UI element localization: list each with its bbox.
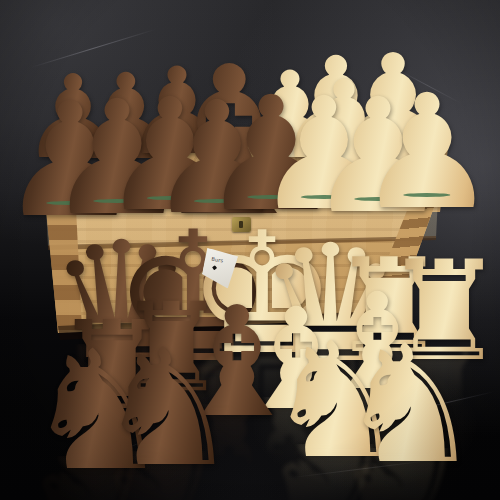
chess-piece-light-pawn-front-3: ♟ <box>356 73 498 231</box>
auction-tag-text: Burs <box>211 256 224 264</box>
piece-reflection: ♞ <box>87 451 249 500</box>
pieces-layer: ♟♟♟♟♟♟♟♝♟♟♟♟♟♟♟♟♛♛♚♚♚♚♛♛♜♜♜♜♜♜♜♜♝♝♝♝♝♝♞♞… <box>0 0 500 500</box>
piece-reflection-glyph: ♞ <box>329 448 492 500</box>
piece-reflection: ♞ <box>329 448 492 500</box>
chess-set-photo: ♟♟♟♟♟♟♟♝♟♟♟♟♟♟♟♟♛♛♚♚♚♚♛♛♜♜♜♜♜♜♜♜♝♝♝♝♝♝♞♞… <box>0 0 500 500</box>
auction-tag-logo <box>212 265 218 271</box>
piece-reflection-glyph: ♞ <box>87 451 249 500</box>
felt-base <box>403 193 450 197</box>
